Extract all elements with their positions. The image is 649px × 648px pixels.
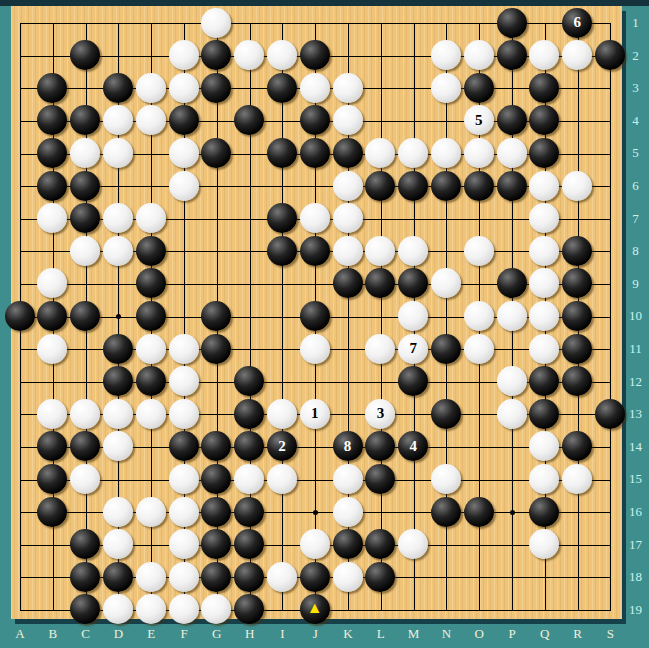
intersection-J18[interactable] (299, 561, 332, 594)
intersection-G4[interactable] (200, 104, 233, 137)
intersection-B19[interactable] (36, 593, 69, 626)
intersection-R10[interactable] (561, 300, 594, 333)
intersection-N1[interactable] (430, 7, 463, 40)
intersection-Q8[interactable] (528, 235, 561, 268)
intersection-H12[interactable] (233, 365, 266, 398)
intersection-B15[interactable] (36, 463, 69, 496)
intersection-H2[interactable] (233, 39, 266, 72)
intersection-Q19[interactable] (528, 593, 561, 626)
intersection-H4[interactable] (233, 104, 266, 137)
intersection-I17[interactable] (266, 528, 299, 561)
intersection-C3[interactable] (69, 72, 102, 105)
intersection-B14[interactable] (36, 430, 69, 463)
intersection-H9[interactable] (233, 267, 266, 300)
intersection-J3[interactable] (299, 72, 332, 105)
intersection-R19[interactable] (561, 593, 594, 626)
intersection-F16[interactable] (168, 496, 201, 529)
intersection-E6[interactable] (135, 170, 168, 203)
intersection-D13[interactable] (102, 398, 135, 431)
intersection-P5[interactable] (496, 137, 529, 170)
intersection-H5[interactable] (233, 137, 266, 170)
intersection-N13[interactable] (430, 398, 463, 431)
intersection-I4[interactable] (266, 104, 299, 137)
intersection-G8[interactable] (200, 235, 233, 268)
intersection-S2[interactable] (594, 39, 627, 72)
intersection-A19[interactable] (4, 593, 37, 626)
intersection-N11[interactable] (430, 333, 463, 366)
intersection-J12[interactable] (299, 365, 332, 398)
intersection-R11[interactable] (561, 333, 594, 366)
intersection-R9[interactable] (561, 267, 594, 300)
intersection-K17[interactable] (332, 528, 365, 561)
intersection-K6[interactable] (332, 170, 365, 203)
intersection-M14[interactable]: 4 (397, 430, 430, 463)
intersection-J1[interactable] (299, 7, 332, 40)
intersection-C18[interactable] (69, 561, 102, 594)
intersection-D16[interactable] (102, 496, 135, 529)
intersection-M15[interactable] (397, 463, 430, 496)
intersection-K10[interactable] (332, 300, 365, 333)
intersection-Q11[interactable] (528, 333, 561, 366)
intersection-H16[interactable] (233, 496, 266, 529)
intersection-A3[interactable] (4, 72, 37, 105)
intersection-B4[interactable] (36, 104, 69, 137)
intersection-R2[interactable] (561, 39, 594, 72)
intersection-L13[interactable]: 3 (364, 398, 397, 431)
intersection-P4[interactable] (496, 104, 529, 137)
intersection-O13[interactable] (463, 398, 496, 431)
intersection-O7[interactable] (463, 202, 496, 235)
intersection-K15[interactable] (332, 463, 365, 496)
intersection-R1[interactable]: 6 (561, 7, 594, 40)
intersection-P15[interactable] (496, 463, 529, 496)
intersection-Q5[interactable] (528, 137, 561, 170)
intersection-E17[interactable] (135, 528, 168, 561)
intersection-B9[interactable] (36, 267, 69, 300)
intersection-N14[interactable] (430, 430, 463, 463)
intersection-K12[interactable] (332, 365, 365, 398)
intersection-B1[interactable] (36, 7, 69, 40)
intersection-M11[interactable]: 7 (397, 333, 430, 366)
intersection-L15[interactable] (364, 463, 397, 496)
intersection-A17[interactable] (4, 528, 37, 561)
intersection-K7[interactable] (332, 202, 365, 235)
intersection-H11[interactable] (233, 333, 266, 366)
intersection-K5[interactable] (332, 137, 365, 170)
intersection-I3[interactable] (266, 72, 299, 105)
intersection-E3[interactable] (135, 72, 168, 105)
intersection-E13[interactable] (135, 398, 168, 431)
intersection-G13[interactable] (200, 398, 233, 431)
intersection-C5[interactable] (69, 137, 102, 170)
intersection-R13[interactable] (561, 398, 594, 431)
intersection-H8[interactable] (233, 235, 266, 268)
intersection-J11[interactable] (299, 333, 332, 366)
intersection-L3[interactable] (364, 72, 397, 105)
intersection-M10[interactable] (397, 300, 430, 333)
intersection-R4[interactable] (561, 104, 594, 137)
intersection-M17[interactable] (397, 528, 430, 561)
intersection-K1[interactable] (332, 7, 365, 40)
intersection-E18[interactable] (135, 561, 168, 594)
intersection-B16[interactable] (36, 496, 69, 529)
intersection-R18[interactable] (561, 561, 594, 594)
intersection-Q4[interactable] (528, 104, 561, 137)
intersection-S16[interactable] (594, 496, 627, 529)
intersection-O14[interactable] (463, 430, 496, 463)
intersection-F5[interactable] (168, 137, 201, 170)
intersection-F8[interactable] (168, 235, 201, 268)
intersection-J17[interactable] (299, 528, 332, 561)
intersection-I19[interactable] (266, 593, 299, 626)
intersection-G19[interactable] (200, 593, 233, 626)
intersection-D4[interactable] (102, 104, 135, 137)
intersection-G6[interactable] (200, 170, 233, 203)
intersection-M2[interactable] (397, 39, 430, 72)
intersection-O10[interactable] (463, 300, 496, 333)
intersection-Q18[interactable] (528, 561, 561, 594)
intersection-O16[interactable] (463, 496, 496, 529)
intersection-A18[interactable] (4, 561, 37, 594)
intersection-I8[interactable] (266, 235, 299, 268)
intersection-B5[interactable] (36, 137, 69, 170)
intersection-L8[interactable] (364, 235, 397, 268)
intersection-L19[interactable] (364, 593, 397, 626)
intersection-G12[interactable] (200, 365, 233, 398)
intersection-F15[interactable] (168, 463, 201, 496)
intersection-I7[interactable] (266, 202, 299, 235)
intersection-K11[interactable] (332, 333, 365, 366)
intersection-Q17[interactable] (528, 528, 561, 561)
intersection-M9[interactable] (397, 267, 430, 300)
intersection-A2[interactable] (4, 39, 37, 72)
intersection-K4[interactable] (332, 104, 365, 137)
intersection-Q1[interactable] (528, 7, 561, 40)
intersection-O12[interactable] (463, 365, 496, 398)
intersection-R16[interactable] (561, 496, 594, 529)
intersection-P1[interactable] (496, 7, 529, 40)
intersection-H19[interactable] (233, 593, 266, 626)
intersection-K13[interactable] (332, 398, 365, 431)
intersection-D12[interactable] (102, 365, 135, 398)
intersection-M18[interactable] (397, 561, 430, 594)
intersection-C7[interactable] (69, 202, 102, 235)
intersection-P10[interactable] (496, 300, 529, 333)
intersection-O6[interactable] (463, 170, 496, 203)
intersection-C19[interactable] (69, 593, 102, 626)
intersection-A8[interactable] (4, 235, 37, 268)
intersection-C13[interactable] (69, 398, 102, 431)
intersection-S18[interactable] (594, 561, 627, 594)
intersection-G5[interactable] (200, 137, 233, 170)
intersection-D3[interactable] (102, 72, 135, 105)
intersection-L17[interactable] (364, 528, 397, 561)
intersection-L11[interactable] (364, 333, 397, 366)
intersection-E5[interactable] (135, 137, 168, 170)
intersection-D6[interactable] (102, 170, 135, 203)
intersection-K16[interactable] (332, 496, 365, 529)
intersection-B11[interactable] (36, 333, 69, 366)
intersection-F3[interactable] (168, 72, 201, 105)
intersection-P18[interactable] (496, 561, 529, 594)
intersection-B10[interactable] (36, 300, 69, 333)
intersection-O15[interactable] (463, 463, 496, 496)
intersection-G9[interactable] (200, 267, 233, 300)
intersection-M1[interactable] (397, 7, 430, 40)
intersection-H10[interactable] (233, 300, 266, 333)
intersection-Q16[interactable] (528, 496, 561, 529)
intersection-P2[interactable] (496, 39, 529, 72)
intersection-E1[interactable] (135, 7, 168, 40)
intersection-S19[interactable] (594, 593, 627, 626)
intersection-H14[interactable] (233, 430, 266, 463)
intersection-P3[interactable] (496, 72, 529, 105)
intersection-I2[interactable] (266, 39, 299, 72)
intersection-B2[interactable] (36, 39, 69, 72)
intersection-A12[interactable] (4, 365, 37, 398)
intersection-R7[interactable] (561, 202, 594, 235)
intersection-L6[interactable] (364, 170, 397, 203)
intersection-C10[interactable] (69, 300, 102, 333)
intersection-C8[interactable] (69, 235, 102, 268)
intersection-D11[interactable] (102, 333, 135, 366)
intersection-M12[interactable] (397, 365, 430, 398)
intersection-S15[interactable] (594, 463, 627, 496)
intersection-C15[interactable] (69, 463, 102, 496)
intersection-S5[interactable] (594, 137, 627, 170)
intersection-B7[interactable] (36, 202, 69, 235)
intersection-J7[interactable] (299, 202, 332, 235)
intersection-H18[interactable] (233, 561, 266, 594)
intersection-M4[interactable] (397, 104, 430, 137)
intersection-F6[interactable] (168, 170, 201, 203)
intersection-R12[interactable] (561, 365, 594, 398)
intersection-D5[interactable] (102, 137, 135, 170)
intersection-D7[interactable] (102, 202, 135, 235)
intersection-Q3[interactable] (528, 72, 561, 105)
intersection-G3[interactable] (200, 72, 233, 105)
intersection-C2[interactable] (69, 39, 102, 72)
intersection-N5[interactable] (430, 137, 463, 170)
intersection-P8[interactable] (496, 235, 529, 268)
intersection-A9[interactable] (4, 267, 37, 300)
intersection-F18[interactable] (168, 561, 201, 594)
intersection-P9[interactable] (496, 267, 529, 300)
intersection-O2[interactable] (463, 39, 496, 72)
intersection-A4[interactable] (4, 104, 37, 137)
intersection-I11[interactable] (266, 333, 299, 366)
intersection-H17[interactable] (233, 528, 266, 561)
intersection-R14[interactable] (561, 430, 594, 463)
intersection-C1[interactable] (69, 7, 102, 40)
intersection-M3[interactable] (397, 72, 430, 105)
intersection-P14[interactable] (496, 430, 529, 463)
intersection-S17[interactable] (594, 528, 627, 561)
intersection-J4[interactable] (299, 104, 332, 137)
intersection-R3[interactable] (561, 72, 594, 105)
intersection-M19[interactable] (397, 593, 430, 626)
intersection-N12[interactable] (430, 365, 463, 398)
intersection-S10[interactable] (594, 300, 627, 333)
intersection-A11[interactable] (4, 333, 37, 366)
intersection-I10[interactable] (266, 300, 299, 333)
intersection-L18[interactable] (364, 561, 397, 594)
intersection-N10[interactable] (430, 300, 463, 333)
intersection-G14[interactable] (200, 430, 233, 463)
intersection-E19[interactable] (135, 593, 168, 626)
intersection-G10[interactable] (200, 300, 233, 333)
intersection-Q9[interactable] (528, 267, 561, 300)
intersection-C9[interactable] (69, 267, 102, 300)
intersection-C4[interactable] (69, 104, 102, 137)
intersection-D2[interactable] (102, 39, 135, 72)
intersection-L1[interactable] (364, 7, 397, 40)
intersection-M7[interactable] (397, 202, 430, 235)
intersection-H13[interactable] (233, 398, 266, 431)
intersection-G7[interactable] (200, 202, 233, 235)
intersection-F13[interactable] (168, 398, 201, 431)
intersection-N6[interactable] (430, 170, 463, 203)
intersection-N2[interactable] (430, 39, 463, 72)
intersection-E8[interactable] (135, 235, 168, 268)
intersection-P13[interactable] (496, 398, 529, 431)
intersection-G15[interactable] (200, 463, 233, 496)
intersection-E2[interactable] (135, 39, 168, 72)
intersection-F19[interactable] (168, 593, 201, 626)
intersection-F11[interactable] (168, 333, 201, 366)
intersection-E12[interactable] (135, 365, 168, 398)
intersection-R6[interactable] (561, 170, 594, 203)
intersection-B13[interactable] (36, 398, 69, 431)
intersection-K3[interactable] (332, 72, 365, 105)
intersection-B3[interactable] (36, 72, 69, 105)
intersection-D19[interactable] (102, 593, 135, 626)
intersection-Q10[interactable] (528, 300, 561, 333)
intersection-J10[interactable] (299, 300, 332, 333)
intersection-K18[interactable] (332, 561, 365, 594)
intersection-S3[interactable] (594, 72, 627, 105)
intersection-A13[interactable] (4, 398, 37, 431)
intersection-A10[interactable] (4, 300, 37, 333)
intersection-E15[interactable] (135, 463, 168, 496)
intersection-G2[interactable] (200, 39, 233, 72)
intersection-O8[interactable] (463, 235, 496, 268)
intersection-F17[interactable] (168, 528, 201, 561)
intersection-O18[interactable] (463, 561, 496, 594)
intersection-M5[interactable] (397, 137, 430, 170)
intersection-D9[interactable] (102, 267, 135, 300)
intersection-S13[interactable] (594, 398, 627, 431)
intersection-N7[interactable] (430, 202, 463, 235)
intersection-Q13[interactable] (528, 398, 561, 431)
intersection-A1[interactable] (4, 7, 37, 40)
intersection-R8[interactable] (561, 235, 594, 268)
intersection-I16[interactable] (266, 496, 299, 529)
intersection-P12[interactable] (496, 365, 529, 398)
intersection-Q14[interactable] (528, 430, 561, 463)
intersection-L4[interactable] (364, 104, 397, 137)
intersection-L9[interactable] (364, 267, 397, 300)
intersection-M16[interactable] (397, 496, 430, 529)
intersection-K14[interactable]: 8 (332, 430, 365, 463)
intersection-S6[interactable] (594, 170, 627, 203)
intersection-N3[interactable] (430, 72, 463, 105)
intersection-F7[interactable] (168, 202, 201, 235)
intersection-J6[interactable] (299, 170, 332, 203)
intersection-C11[interactable] (69, 333, 102, 366)
intersection-B18[interactable] (36, 561, 69, 594)
intersection-H1[interactable] (233, 7, 266, 40)
intersection-H7[interactable] (233, 202, 266, 235)
intersection-E4[interactable] (135, 104, 168, 137)
intersection-H6[interactable] (233, 170, 266, 203)
intersection-B12[interactable] (36, 365, 69, 398)
intersection-S8[interactable] (594, 235, 627, 268)
intersection-K19[interactable] (332, 593, 365, 626)
intersection-L16[interactable] (364, 496, 397, 529)
intersection-S12[interactable] (594, 365, 627, 398)
intersection-N18[interactable] (430, 561, 463, 594)
intersection-I13[interactable] (266, 398, 299, 431)
intersection-D10[interactable] (102, 300, 135, 333)
intersection-I5[interactable] (266, 137, 299, 170)
intersection-O11[interactable] (463, 333, 496, 366)
intersection-C12[interactable] (69, 365, 102, 398)
intersection-J8[interactable] (299, 235, 332, 268)
intersection-L12[interactable] (364, 365, 397, 398)
intersection-F12[interactable] (168, 365, 201, 398)
intersection-N19[interactable] (430, 593, 463, 626)
intersection-F14[interactable] (168, 430, 201, 463)
intersection-K8[interactable] (332, 235, 365, 268)
intersection-R17[interactable] (561, 528, 594, 561)
intersection-L14[interactable] (364, 430, 397, 463)
intersection-D1[interactable] (102, 7, 135, 40)
intersection-M6[interactable] (397, 170, 430, 203)
intersection-J16[interactable] (299, 496, 332, 529)
intersection-C16[interactable] (69, 496, 102, 529)
intersection-A14[interactable] (4, 430, 37, 463)
intersection-N8[interactable] (430, 235, 463, 268)
intersection-B8[interactable] (36, 235, 69, 268)
intersection-S1[interactable] (594, 7, 627, 40)
intersection-L7[interactable] (364, 202, 397, 235)
intersection-F9[interactable] (168, 267, 201, 300)
intersection-O4[interactable]: 5 (463, 104, 496, 137)
intersection-I14[interactable]: 2 (266, 430, 299, 463)
intersection-K9[interactable] (332, 267, 365, 300)
intersection-Q7[interactable] (528, 202, 561, 235)
intersection-E9[interactable] (135, 267, 168, 300)
intersection-B17[interactable] (36, 528, 69, 561)
intersection-H15[interactable] (233, 463, 266, 496)
intersection-D14[interactable] (102, 430, 135, 463)
intersection-I12[interactable] (266, 365, 299, 398)
intersection-A6[interactable] (4, 170, 37, 203)
intersection-D8[interactable] (102, 235, 135, 268)
intersection-G17[interactable] (200, 528, 233, 561)
intersection-E16[interactable] (135, 496, 168, 529)
intersection-O3[interactable] (463, 72, 496, 105)
intersection-O19[interactable] (463, 593, 496, 626)
intersection-I1[interactable] (266, 7, 299, 40)
intersection-C14[interactable] (69, 430, 102, 463)
intersection-E7[interactable] (135, 202, 168, 235)
intersection-K2[interactable] (332, 39, 365, 72)
intersection-S11[interactable] (594, 333, 627, 366)
intersection-C17[interactable] (69, 528, 102, 561)
intersection-Q15[interactable] (528, 463, 561, 496)
